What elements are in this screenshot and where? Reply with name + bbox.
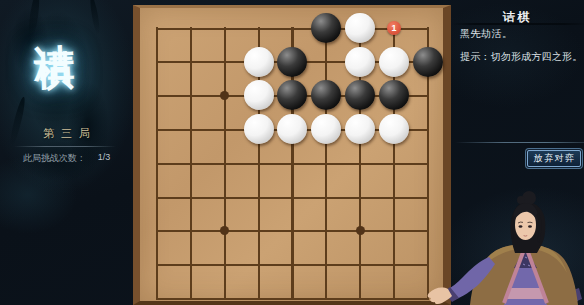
- board-cell[interactable]: [377, 180, 411, 214]
- waist-sash: [505, 288, 546, 299]
- board-cell[interactable]: [140, 112, 174, 146]
- board-cell[interactable]: [242, 45, 276, 79]
- board-cell[interactable]: [309, 11, 343, 45]
- board-cell[interactable]: [309, 281, 343, 305]
- character-portrait: [425, 187, 584, 305]
- board-cell[interactable]: [411, 11, 445, 45]
- board-cell[interactable]: [411, 79, 445, 113]
- board-cell[interactable]: [140, 180, 174, 214]
- board-cell[interactable]: [140, 214, 174, 248]
- board-cell[interactable]: [377, 146, 411, 180]
- black-stone: [311, 13, 341, 43]
- board-cell[interactable]: [377, 281, 411, 305]
- board-cell[interactable]: [208, 180, 242, 214]
- board-cell[interactable]: [411, 45, 445, 79]
- hint-text: 提示：切勿形成方四之形。: [460, 50, 582, 64]
- board-cell[interactable]: [208, 214, 242, 248]
- giveup-button[interactable]: 放弃对弈: [527, 150, 581, 167]
- board-cell[interactable]: [174, 11, 208, 45]
- eye-left: [519, 225, 523, 228]
- round-label: 第三局: [0, 126, 133, 141]
- board-cell[interactable]: [242, 79, 276, 113]
- eye-right: [528, 225, 532, 228]
- board-cell[interactable]: [242, 180, 276, 214]
- board-cell[interactable]: [377, 79, 411, 113]
- board-cell[interactable]: [276, 248, 310, 282]
- board-cell[interactable]: [208, 45, 242, 79]
- board-cell[interactable]: [140, 146, 174, 180]
- board-cell[interactable]: [343, 248, 377, 282]
- board-cell[interactable]: [174, 146, 208, 180]
- board-cells: 1: [140, 11, 445, 305]
- black-stone: [277, 80, 307, 110]
- board-cell[interactable]: [208, 79, 242, 113]
- black-stone: [277, 47, 307, 77]
- board-cell[interactable]: [208, 11, 242, 45]
- board-cell[interactable]: [140, 79, 174, 113]
- board-cell[interactable]: [140, 248, 174, 282]
- board-cell[interactable]: [208, 248, 242, 282]
- attempts-label: 此局挑战次数：: [23, 152, 86, 165]
- puzzle-title-calligraphy: 诘棋: [26, 11, 85, 131]
- white-stone: [244, 47, 274, 77]
- board-cell[interactable]: [140, 45, 174, 79]
- board-cell[interactable]: [276, 79, 310, 113]
- game-screen: 诘棋 第三局 此局挑战次数： 1/3 1 诘棋 黑先劫活。 提示：切勿形成方四之…: [0, 0, 584, 305]
- board-cell[interactable]: [242, 248, 276, 282]
- board-cell[interactable]: [276, 146, 310, 180]
- board-cell[interactable]: [343, 45, 377, 79]
- hand-left: [428, 288, 452, 304]
- board-cell[interactable]: [377, 214, 411, 248]
- board-cell[interactable]: [411, 112, 445, 146]
- board-cell[interactable]: [174, 180, 208, 214]
- white-stone: [244, 114, 274, 144]
- black-stone: [311, 80, 341, 110]
- white-stone: [244, 80, 274, 110]
- board-cell[interactable]: [377, 248, 411, 282]
- task-text: 黑先劫活。: [460, 27, 513, 41]
- board-cell[interactable]: [174, 45, 208, 79]
- attempts-row: 此局挑战次数： 1/3: [0, 152, 133, 165]
- white-stone: [379, 47, 409, 77]
- board-cell[interactable]: [174, 79, 208, 113]
- board-cell[interactable]: [276, 45, 310, 79]
- board-cell[interactable]: 1: [377, 11, 411, 45]
- black-stone: [345, 80, 375, 110]
- white-stone: [311, 114, 341, 144]
- board-cell[interactable]: [343, 281, 377, 305]
- board-cell[interactable]: [309, 79, 343, 113]
- white-stone: [345, 47, 375, 77]
- board-cell[interactable]: [208, 281, 242, 305]
- board-cell[interactable]: [309, 45, 343, 79]
- board-cell[interactable]: [208, 146, 242, 180]
- board-cell[interactable]: [242, 214, 276, 248]
- board-cell[interactable]: [343, 214, 377, 248]
- board-cell[interactable]: [343, 11, 377, 45]
- board-cell[interactable]: [276, 11, 310, 45]
- left-panel-divider: [14, 146, 116, 147]
- panel-title-divider: [451, 23, 584, 25]
- board-cell[interactable]: [309, 248, 343, 282]
- board-cell[interactable]: [343, 79, 377, 113]
- board-cell[interactable]: [309, 180, 343, 214]
- board-cell[interactable]: [411, 146, 445, 180]
- board-cell[interactable]: [208, 112, 242, 146]
- board-cell[interactable]: [276, 180, 310, 214]
- black-stone: [413, 47, 443, 77]
- white-stone: [345, 114, 375, 144]
- board-cell[interactable]: [276, 214, 310, 248]
- go-board: 1: [133, 5, 451, 305]
- move-marker: 1: [387, 21, 401, 35]
- board-cell[interactable]: [276, 281, 310, 305]
- black-stone: [379, 80, 409, 110]
- board-cell[interactable]: [309, 146, 343, 180]
- right-panel-divider: [455, 142, 584, 143]
- board-cell[interactable]: [140, 11, 174, 45]
- board-cell[interactable]: [174, 214, 208, 248]
- board-cell[interactable]: [242, 112, 276, 146]
- white-stone: [379, 114, 409, 144]
- board-cell[interactable]: [377, 45, 411, 79]
- attempts-value: 1/3: [98, 152, 111, 165]
- board-cell[interactable]: [242, 281, 276, 305]
- board-cell[interactable]: [140, 281, 174, 305]
- ink-stroke: [89, 0, 102, 36]
- board-cell[interactable]: [242, 146, 276, 180]
- board-cell[interactable]: [276, 112, 310, 146]
- white-stone: [345, 13, 375, 43]
- board-cell[interactable]: [174, 248, 208, 282]
- board-cell[interactable]: [343, 112, 377, 146]
- board-cell[interactable]: [343, 180, 377, 214]
- board-cell[interactable]: [242, 11, 276, 45]
- board-cell[interactable]: [309, 112, 343, 146]
- white-stone: [277, 114, 307, 144]
- board-cell[interactable]: [343, 146, 377, 180]
- board-cell[interactable]: [309, 214, 343, 248]
- board-cell[interactable]: [377, 112, 411, 146]
- board-cell[interactable]: [174, 281, 208, 305]
- board-cell[interactable]: [174, 112, 208, 146]
- left-panel: 诘棋 第三局 此局挑战次数： 1/3: [0, 0, 133, 305]
